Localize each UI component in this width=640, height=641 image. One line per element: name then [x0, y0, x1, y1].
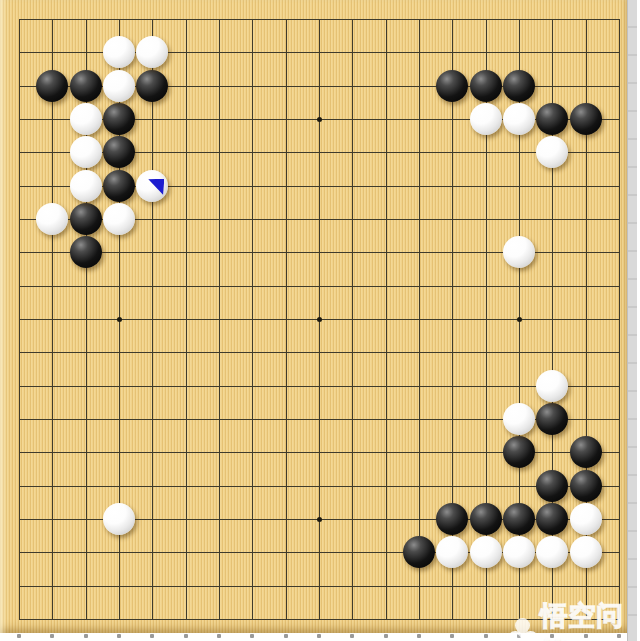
white-stone: [503, 536, 535, 568]
clipped-coordinate-stub: [450, 634, 454, 638]
black-stone: [36, 70, 68, 102]
white-stone: [536, 370, 568, 402]
clipped-coordinate-stub: [84, 634, 88, 638]
black-stone: [470, 70, 502, 102]
clipped-coordinate-stub: [350, 634, 354, 638]
black-stone: [403, 536, 435, 568]
black-stone: [436, 503, 468, 535]
grid-line-horizontal: [19, 586, 619, 587]
grid-line-horizontal: [19, 352, 619, 353]
white-stone: [503, 103, 535, 135]
black-stone: [470, 503, 502, 535]
clipped-coordinate-stub: [117, 634, 121, 638]
grid-line-vertical: [619, 19, 620, 619]
go-app-screenshot: 悟空问答: [0, 0, 640, 641]
white-stone: [570, 503, 602, 535]
grid-line-vertical: [419, 19, 420, 619]
white-stone: [103, 36, 135, 68]
white-stone: [503, 403, 535, 435]
black-stone: [103, 170, 135, 202]
white-stone: [536, 136, 568, 168]
go-board[interactable]: [0, 0, 627, 633]
black-stone: [536, 503, 568, 535]
white-stone: [470, 536, 502, 568]
star-point: [117, 317, 122, 322]
black-stone: [536, 470, 568, 502]
white-stone: [103, 203, 135, 235]
grid-line-vertical: [352, 19, 353, 619]
black-stone: [103, 136, 135, 168]
black-stone: [136, 70, 168, 102]
black-stone: [536, 403, 568, 435]
black-stone: [103, 103, 135, 135]
clipped-coordinate-stub: [150, 634, 154, 638]
white-stone: [70, 103, 102, 135]
white-stone: [503, 236, 535, 268]
watermark: 悟空问答: [506, 598, 640, 641]
black-stone: [70, 236, 102, 268]
star-point: [517, 317, 522, 322]
clipped-coordinate-stub: [417, 634, 421, 638]
white-stone: [103, 70, 135, 102]
grid-line-horizontal: [19, 486, 619, 487]
white-stone: [436, 536, 468, 568]
white-stone: [470, 103, 502, 135]
black-stone: [570, 103, 602, 135]
clipped-coordinate-stub: [484, 634, 488, 638]
scrollbar-track[interactable]: [627, 0, 637, 641]
white-stone: [36, 203, 68, 235]
white-stone: [536, 536, 568, 568]
star-point: [317, 517, 322, 522]
white-stone: [136, 36, 168, 68]
clipped-coordinate-stub: [50, 634, 54, 638]
clipped-coordinate-stub: [17, 634, 21, 638]
black-stone: [503, 503, 535, 535]
black-stone: [570, 436, 602, 468]
black-stone: [503, 70, 535, 102]
clipped-coordinate-stub: [217, 634, 221, 638]
white-stone: [70, 136, 102, 168]
black-stone: [70, 203, 102, 235]
grid-line-vertical: [386, 19, 387, 619]
wukong-logo-icon: [506, 617, 536, 641]
last-move-triangle-marker: [148, 179, 164, 195]
black-stone: [503, 436, 535, 468]
black-stone: [70, 70, 102, 102]
white-stone: [103, 503, 135, 535]
black-stone: [436, 70, 468, 102]
clipped-coordinate-stub: [284, 634, 288, 638]
white-stone: [570, 536, 602, 568]
clipped-coordinate-stub: [250, 634, 254, 638]
logo-ring-right: [522, 631, 539, 641]
black-stone: [536, 103, 568, 135]
star-point: [317, 117, 322, 122]
clipped-coordinate-stub: [184, 634, 188, 638]
white-stone: [70, 170, 102, 202]
clipped-coordinate-stub: [317, 634, 321, 638]
black-stone: [570, 470, 602, 502]
star-point: [317, 317, 322, 322]
grid-line-horizontal: [19, 386, 619, 387]
white-stone-last-move: [136, 170, 168, 202]
watermark-text: 悟空问答: [540, 598, 640, 641]
clipped-coordinate-stub: [384, 634, 388, 638]
